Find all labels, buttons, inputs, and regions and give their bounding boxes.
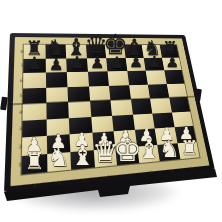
- square-g4: [150, 98, 171, 114]
- square-d2: [92, 131, 115, 149]
- square-b1: [47, 152, 72, 172]
- square-f7: [125, 58, 146, 71]
- square-g8: [142, 45, 162, 58]
- square-c3: [69, 117, 92, 135]
- rank-label-5: 5: [20, 88, 29, 104]
- square-c4: [68, 101, 91, 118]
- square-f1: [137, 144, 160, 163]
- square-b6: [45, 72, 67, 87]
- square-g6: [146, 70, 167, 84]
- square-g5: [148, 84, 169, 99]
- square-h3: [171, 111, 193, 127]
- square-e5: [109, 85, 131, 100]
- rank-label-8: 8: [20, 45, 28, 59]
- square-d1: [93, 148, 117, 167]
- square-b5: [46, 87, 68, 103]
- square-e1: [115, 146, 138, 165]
- square-f4: [131, 98, 153, 114]
- square-f8: [123, 45, 143, 58]
- square-h1: [177, 141, 200, 159]
- square-f6: [127, 71, 148, 85]
- square-c8: [66, 45, 87, 58]
- square-e4: [110, 99, 132, 115]
- chess-board: abcdefgh87654321: [4, 33, 215, 193]
- square-h4: [169, 97, 190, 112]
- square-h2: [174, 126, 196, 143]
- square-e8: [105, 45, 125, 58]
- square-h5: [166, 83, 187, 97]
- rank-label-3: 3: [19, 120, 28, 138]
- square-h8: [159, 45, 179, 57]
- square-b7: [45, 58, 67, 72]
- rank-label-6: 6: [20, 73, 29, 88]
- square-c5: [67, 86, 89, 102]
- rank-label-4: 4: [19, 104, 28, 121]
- square-b2: [46, 134, 70, 153]
- rank-label-1: 1: [18, 155, 28, 175]
- square-g7: [144, 57, 164, 70]
- square-c6: [67, 72, 89, 87]
- square-f3: [132, 113, 154, 130]
- square-f2: [134, 128, 157, 146]
- square-b8: [45, 45, 66, 59]
- square-h6: [164, 70, 184, 84]
- square-c2: [70, 133, 94, 152]
- chess-set-photo: abcdefgh87654321 ♜♞♝♛♚♝♞♜♟♟♟♟♟♟♟♟♟♟♟♟♟♟♟…: [0, 0, 222, 222]
- rank-label-2: 2: [18, 137, 28, 156]
- square-d3: [91, 115, 114, 132]
- square-c1: [70, 150, 94, 170]
- square-b4: [46, 102, 69, 119]
- square-e6: [107, 71, 128, 85]
- square-h7: [162, 57, 182, 70]
- square-e3: [112, 114, 135, 131]
- square-d5: [89, 85, 111, 101]
- square-d8: [85, 45, 106, 58]
- square-d7: [86, 58, 107, 72]
- square-g3: [152, 112, 174, 128]
- square-d6: [87, 71, 108, 86]
- square-e2: [114, 130, 137, 148]
- square-b3: [46, 118, 69, 136]
- rank-label-7: 7: [20, 58, 28, 73]
- square-f5: [129, 84, 150, 99]
- square-e7: [106, 58, 127, 72]
- square-c7: [66, 58, 87, 72]
- board-grid: [22, 45, 200, 175]
- hinge-right: [195, 89, 202, 102]
- square-d4: [90, 100, 112, 116]
